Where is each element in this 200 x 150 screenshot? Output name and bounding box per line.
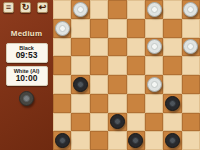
restart-icon: ↻ bbox=[22, 3, 30, 12]
board-cell-h5[interactable] bbox=[182, 56, 200, 75]
white-checker[interactable] bbox=[147, 77, 162, 92]
board-cell-f7[interactable] bbox=[145, 19, 163, 38]
board-cell-d4[interactable] bbox=[108, 75, 126, 94]
board-cell-g2[interactable] bbox=[163, 113, 181, 132]
restart-button[interactable]: ↻ bbox=[20, 2, 31, 13]
board-cell-a5[interactable] bbox=[53, 56, 71, 75]
board-cell-c2[interactable] bbox=[90, 113, 108, 132]
board-cell-d3[interactable] bbox=[108, 94, 126, 113]
board-cell-d2[interactable] bbox=[108, 113, 126, 132]
board-cell-a8[interactable] bbox=[53, 0, 71, 19]
undo-icon: ↩ bbox=[39, 3, 47, 12]
board bbox=[53, 0, 200, 150]
menu-button[interactable]: ≡ bbox=[3, 2, 14, 13]
board-cell-h3[interactable] bbox=[182, 94, 200, 113]
board-cell-c1[interactable] bbox=[90, 131, 108, 150]
board-cell-f1[interactable] bbox=[145, 131, 163, 150]
board-cell-e3[interactable] bbox=[127, 94, 145, 113]
board-cell-d1[interactable] bbox=[108, 131, 126, 150]
white-checker[interactable] bbox=[73, 2, 88, 17]
board-cell-a4[interactable] bbox=[53, 75, 71, 94]
undo-button[interactable]: ↩ bbox=[37, 2, 48, 13]
sidebar: ≡ ↻ ↩ Medium Black 09:53 White (AI) 10:0… bbox=[0, 0, 53, 150]
black-checker[interactable] bbox=[165, 96, 180, 111]
board-cell-d5[interactable] bbox=[108, 56, 126, 75]
board-cell-f5[interactable] bbox=[145, 56, 163, 75]
board-cell-c7[interactable] bbox=[90, 19, 108, 38]
board-cell-c4[interactable] bbox=[90, 75, 108, 94]
board-cell-g4[interactable] bbox=[163, 75, 181, 94]
board-cell-a2[interactable] bbox=[53, 113, 71, 132]
board-cell-g7[interactable] bbox=[163, 19, 181, 38]
board-cell-e8[interactable] bbox=[127, 0, 145, 19]
board-cell-d7[interactable] bbox=[108, 19, 126, 38]
difficulty-label: Medium bbox=[11, 29, 42, 38]
board-cell-g8[interactable] bbox=[163, 0, 181, 19]
board-cell-e2[interactable] bbox=[127, 113, 145, 132]
board-cell-g5[interactable] bbox=[163, 56, 181, 75]
board-cell-f4[interactable] bbox=[145, 75, 163, 94]
black-checker[interactable] bbox=[55, 133, 70, 148]
board-cell-b1[interactable] bbox=[71, 131, 89, 150]
board-cell-f6[interactable] bbox=[145, 38, 163, 57]
white-checker[interactable] bbox=[183, 39, 198, 54]
white-checker[interactable] bbox=[147, 39, 162, 54]
board-cell-h2[interactable] bbox=[182, 113, 200, 132]
board-cell-d8[interactable] bbox=[108, 0, 126, 19]
checkers-app: ≡ ↻ ↩ Medium Black 09:53 White (AI) 10:0… bbox=[0, 0, 200, 150]
board-cell-e1[interactable] bbox=[127, 131, 145, 150]
white-timer-value: 10:00 bbox=[16, 74, 38, 83]
board-cell-g1[interactable] bbox=[163, 131, 181, 150]
board-cell-c6[interactable] bbox=[90, 38, 108, 57]
white-checker[interactable] bbox=[55, 21, 70, 36]
board-cell-g3[interactable] bbox=[163, 94, 181, 113]
board-cell-g6[interactable] bbox=[163, 38, 181, 57]
board-cell-b2[interactable] bbox=[71, 113, 89, 132]
black-checker[interactable] bbox=[128, 133, 143, 148]
board-cell-f2[interactable] bbox=[145, 113, 163, 132]
board-cell-c8[interactable] bbox=[90, 0, 108, 19]
board-cell-b7[interactable] bbox=[71, 19, 89, 38]
black-timer-value: 09:53 bbox=[16, 51, 38, 60]
board-cell-h1[interactable] bbox=[182, 131, 200, 150]
board-cell-a7[interactable] bbox=[53, 19, 71, 38]
board-cell-c5[interactable] bbox=[90, 56, 108, 75]
board-cell-e6[interactable] bbox=[127, 38, 145, 57]
board-cell-h8[interactable] bbox=[182, 0, 200, 19]
board-cell-f3[interactable] bbox=[145, 94, 163, 113]
white-timer-panel: White (AI) 10:00 bbox=[6, 66, 48, 86]
white-checker[interactable] bbox=[147, 2, 162, 17]
board-cell-h7[interactable] bbox=[182, 19, 200, 38]
black-checker[interactable] bbox=[165, 133, 180, 148]
turn-indicator-piece bbox=[19, 91, 34, 106]
board-cell-c3[interactable] bbox=[90, 94, 108, 113]
board-cell-f8[interactable] bbox=[145, 0, 163, 19]
black-checker[interactable] bbox=[73, 77, 88, 92]
board-cell-a3[interactable] bbox=[53, 94, 71, 113]
board-cell-d6[interactable] bbox=[108, 38, 126, 57]
black-checker[interactable] bbox=[110, 114, 125, 129]
board-cell-b4[interactable] bbox=[71, 75, 89, 94]
toolbar: ≡ ↻ ↩ bbox=[0, 2, 53, 13]
board-cell-b6[interactable] bbox=[71, 38, 89, 57]
board-cell-h4[interactable] bbox=[182, 75, 200, 94]
black-timer-panel: Black 09:53 bbox=[6, 43, 48, 63]
board-cell-b8[interactable] bbox=[71, 0, 89, 19]
board-cell-e5[interactable] bbox=[127, 56, 145, 75]
menu-icon: ≡ bbox=[6, 3, 11, 12]
board-cell-h6[interactable] bbox=[182, 38, 200, 57]
board-cell-e7[interactable] bbox=[127, 19, 145, 38]
board-cell-a6[interactable] bbox=[53, 38, 71, 57]
board-cell-b5[interactable] bbox=[71, 56, 89, 75]
board-cell-e4[interactable] bbox=[127, 75, 145, 94]
board-cell-a1[interactable] bbox=[53, 131, 71, 150]
board-cell-b3[interactable] bbox=[71, 94, 89, 113]
white-checker[interactable] bbox=[183, 2, 198, 17]
